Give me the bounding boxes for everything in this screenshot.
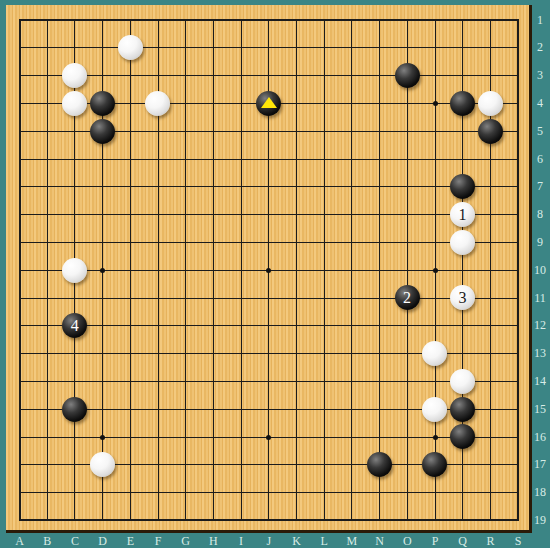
row-label-9: 9 — [531, 235, 549, 250]
row-label-18: 18 — [531, 485, 549, 500]
row-label-12: 12 — [531, 318, 549, 333]
row-label-6: 6 — [531, 152, 549, 167]
row-label-19: 19 — [531, 513, 549, 528]
row-label-14: 14 — [531, 374, 549, 389]
row-label-2: 2 — [531, 40, 549, 55]
row-label-4: 4 — [531, 96, 549, 111]
row-label-7: 7 — [531, 179, 549, 194]
row-labels: 12345678910111213141516171819 — [0, 0, 550, 548]
row-label-1: 1 — [531, 13, 549, 28]
row-label-16: 16 — [531, 430, 549, 445]
go-board-screen: 1234 ABCDEFGHIJKLMNOPQRS 123456789101112… — [0, 0, 550, 548]
row-label-8: 8 — [531, 207, 549, 222]
row-label-13: 13 — [531, 346, 549, 361]
row-label-5: 5 — [531, 124, 549, 139]
row-label-10: 10 — [531, 263, 549, 278]
row-label-3: 3 — [531, 68, 549, 83]
row-label-15: 15 — [531, 402, 549, 417]
row-label-11: 11 — [531, 291, 549, 306]
row-label-17: 17 — [531, 457, 549, 472]
